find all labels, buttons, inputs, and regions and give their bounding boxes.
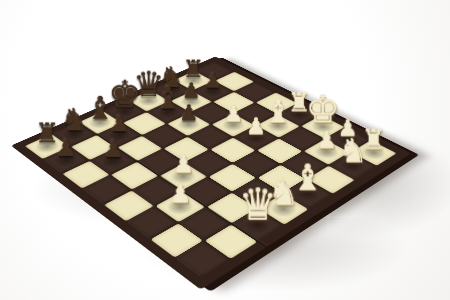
board-squares-grid: ♜♞♝♚♛♞♜♟♟♝♟♟♟♟♟♟♟♝♜♟♚♟♟♛♞♝♞♜: [25, 62, 397, 277]
square-a1[interactable]: [176, 241, 230, 277]
piece-black-pawn[interactable]: ♟: [174, 71, 205, 124]
piece-white-knight[interactable]: ♞: [336, 108, 369, 166]
piece-black-pawn[interactable]: ♟: [50, 103, 83, 160]
square-a3[interactable]: [127, 206, 178, 238]
board-perspective-wrapper: ♜♞♝♚♛♞♜♟♟♝♟♟♟♟♟♟♟♝♜♟♚♟♟♛♞♝♞♜: [11, 56, 411, 289]
square-a7[interactable]: ♟: [43, 147, 89, 173]
piece-black-pawn[interactable]: ♟: [97, 104, 130, 161]
chess-board[interactable]: ♜♞♝♚♛♞♜♟♟♝♟♟♟♟♟♟♟♝♜♟♚♟♟♛♞♝♞♜: [11, 56, 411, 289]
piece-white-queen[interactable]: ♛: [240, 161, 276, 225]
piece-white-pawn[interactable]: ♟: [240, 83, 271, 138]
piece-white-pawn[interactable]: ♟: [163, 145, 198, 207]
photo-scene: ♜♞♝♚♛♞♜♟♟♝♟♟♟♟♟♟♟♝♜♟♚♟♟♛♞♝♞♜: [0, 0, 450, 300]
square-g1[interactable]: ♞: [329, 153, 376, 180]
